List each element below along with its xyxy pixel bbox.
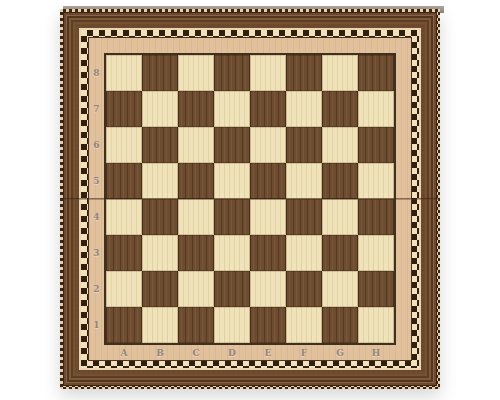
square-d3[interactable] bbox=[214, 235, 250, 271]
square-e4[interactable] bbox=[250, 199, 286, 235]
square-c1[interactable] bbox=[178, 307, 214, 343]
square-h5[interactable] bbox=[358, 163, 394, 199]
rank-label-2: 2 bbox=[89, 271, 104, 307]
file-label-a: A bbox=[106, 345, 142, 360]
square-f7[interactable] bbox=[286, 91, 322, 127]
square-g7[interactable] bbox=[322, 91, 358, 127]
square-f8[interactable] bbox=[286, 55, 322, 91]
square-b8[interactable] bbox=[142, 55, 178, 91]
square-f5[interactable] bbox=[286, 163, 322, 199]
square-h2[interactable] bbox=[358, 271, 394, 307]
square-e1[interactable] bbox=[250, 307, 286, 343]
square-c6[interactable] bbox=[178, 127, 214, 163]
square-d6[interactable] bbox=[214, 127, 250, 163]
square-c7[interactable] bbox=[178, 91, 214, 127]
product-photo-background: 87654321 ABCDEFGH bbox=[0, 0, 500, 400]
square-a3[interactable] bbox=[106, 235, 142, 271]
square-e2[interactable] bbox=[250, 271, 286, 307]
rank-label-3: 3 bbox=[89, 235, 104, 271]
square-b2[interactable] bbox=[142, 271, 178, 307]
square-b5[interactable] bbox=[142, 163, 178, 199]
square-f3[interactable] bbox=[286, 235, 322, 271]
rank-label-1: 1 bbox=[89, 307, 104, 343]
square-h4[interactable] bbox=[358, 199, 394, 235]
square-h7[interactable] bbox=[358, 91, 394, 127]
square-c2[interactable] bbox=[178, 271, 214, 307]
square-c3[interactable] bbox=[178, 235, 214, 271]
square-a8[interactable] bbox=[106, 55, 142, 91]
square-a7[interactable] bbox=[106, 91, 142, 127]
file-label-g: G bbox=[322, 345, 358, 360]
rank-label-7: 7 bbox=[89, 91, 104, 127]
square-f1[interactable] bbox=[286, 307, 322, 343]
file-labels: ABCDEFGH bbox=[106, 345, 394, 360]
file-label-c: C bbox=[178, 345, 214, 360]
square-g1[interactable] bbox=[322, 307, 358, 343]
square-e8[interactable] bbox=[250, 55, 286, 91]
file-label-f: F bbox=[286, 345, 322, 360]
square-c8[interactable] bbox=[178, 55, 214, 91]
square-e6[interactable] bbox=[250, 127, 286, 163]
square-a5[interactable] bbox=[106, 163, 142, 199]
square-b3[interactable] bbox=[142, 235, 178, 271]
square-g5[interactable] bbox=[322, 163, 358, 199]
square-g6[interactable] bbox=[322, 127, 358, 163]
square-g2[interactable] bbox=[322, 271, 358, 307]
file-label-d: D bbox=[214, 345, 250, 360]
square-h3[interactable] bbox=[358, 235, 394, 271]
file-label-e: E bbox=[250, 345, 286, 360]
square-d5[interactable] bbox=[214, 163, 250, 199]
square-g4[interactable] bbox=[322, 199, 358, 235]
rank-label-8: 8 bbox=[89, 55, 104, 91]
square-d4[interactable] bbox=[214, 199, 250, 235]
square-d7[interactable] bbox=[214, 91, 250, 127]
square-h8[interactable] bbox=[358, 55, 394, 91]
square-a2[interactable] bbox=[106, 271, 142, 307]
square-d2[interactable] bbox=[214, 271, 250, 307]
square-a1[interactable] bbox=[106, 307, 142, 343]
square-a4[interactable] bbox=[106, 199, 142, 235]
chess-board: 87654321 ABCDEFGH bbox=[60, 9, 440, 389]
square-f6[interactable] bbox=[286, 127, 322, 163]
rank-label-4: 4 bbox=[89, 199, 104, 235]
file-label-b: B bbox=[142, 345, 178, 360]
square-h1[interactable] bbox=[358, 307, 394, 343]
square-c4[interactable] bbox=[178, 199, 214, 235]
square-a6[interactable] bbox=[106, 127, 142, 163]
square-c5[interactable] bbox=[178, 163, 214, 199]
square-b1[interactable] bbox=[142, 307, 178, 343]
rank-label-6: 6 bbox=[89, 127, 104, 163]
square-b6[interactable] bbox=[142, 127, 178, 163]
square-b7[interactable] bbox=[142, 91, 178, 127]
square-e7[interactable] bbox=[250, 91, 286, 127]
square-g8[interactable] bbox=[322, 55, 358, 91]
square-g3[interactable] bbox=[322, 235, 358, 271]
square-h6[interactable] bbox=[358, 127, 394, 163]
square-f4[interactable] bbox=[286, 199, 322, 235]
square-e3[interactable] bbox=[250, 235, 286, 271]
square-f2[interactable] bbox=[286, 271, 322, 307]
file-label-h: H bbox=[358, 345, 394, 360]
fold-seam bbox=[60, 198, 440, 200]
square-b4[interactable] bbox=[142, 199, 178, 235]
square-d8[interactable] bbox=[214, 55, 250, 91]
square-d1[interactable] bbox=[214, 307, 250, 343]
square-e5[interactable] bbox=[250, 163, 286, 199]
rank-label-5: 5 bbox=[89, 163, 104, 199]
